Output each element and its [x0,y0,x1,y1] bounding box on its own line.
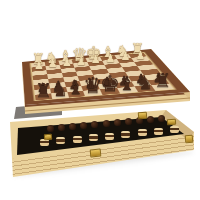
chess-set-photo: ♜♞♝♛♚♝♞♜♟♟♟♟♟♟♟♟♟♟♟♟♟♟♟♟♜♞♝♛♚♝♞♜ [0,0,200,200]
brass-hinge-left [44,134,52,141]
stored-piece-dark [147,116,154,123]
brass-hinge [138,112,148,120]
stored-piece-light [154,128,163,135]
stored-piece-light [56,137,65,144]
stored-piece-light [105,133,114,140]
board-square [151,84,173,91]
brass-clasp-corner [185,135,194,144]
brass-latch-right [167,119,176,126]
board-square [51,92,69,99]
stored-piece-light [138,129,147,136]
stored-piece-dark [103,120,110,127]
board-square [67,91,85,98]
stored-piece-dark [47,125,54,132]
board-grid [31,52,174,100]
stored-piece-dark [158,115,165,122]
stored-piece-light [170,126,179,133]
stored-piece-light [73,136,82,143]
stored-piece-light [121,131,130,138]
stored-piece-dark [114,119,121,126]
brass-clasp-front [90,149,102,158]
stored-piece-light [89,134,98,141]
stored-piece-dark [125,118,132,125]
board-square [35,94,52,101]
